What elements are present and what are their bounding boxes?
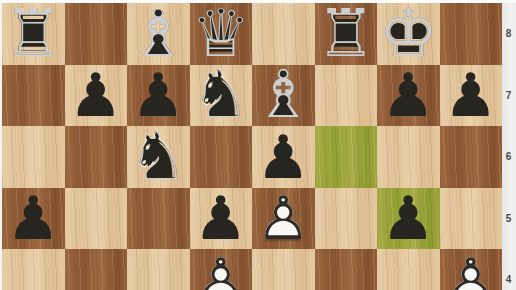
square-h5[interactable] bbox=[440, 188, 503, 250]
black-pawn-b7[interactable]: ♟♙ bbox=[65, 65, 128, 127]
black-pawn-g7[interactable]: ♟♙ bbox=[377, 65, 440, 127]
white-pawn-e5[interactable]: ♟♙ bbox=[252, 188, 315, 250]
black-pawn-c7[interactable]: ♟♙ bbox=[127, 65, 190, 127]
square-b7[interactable]: ♟♙ bbox=[65, 65, 128, 127]
square-h6[interactable] bbox=[440, 126, 503, 188]
square-f8[interactable]: ♜♖ bbox=[315, 3, 378, 65]
black-pawn-d5[interactable]: ♟♙ bbox=[190, 188, 253, 250]
black-bishop-e7[interactable]: ♝♗ bbox=[252, 65, 315, 127]
white-pawn-h4[interactable]: ♟♙ bbox=[440, 249, 503, 290]
square-b4[interactable] bbox=[65, 249, 128, 290]
black-knight-c6[interactable]: ♞♘ bbox=[127, 126, 190, 188]
chessboard-screenshot: ♜♖♝♗♛♕♜♖♚♔♟♙♟♙♞♘♝♗♟♙♟♙♞♘♟♙♟♙♟♙♟♙♟♙♟♙♟♙ 8… bbox=[0, 0, 516, 290]
square-g8[interactable]: ♚♔ bbox=[377, 3, 440, 65]
square-b5[interactable] bbox=[65, 188, 128, 250]
black-pawn-e6[interactable]: ♟♙ bbox=[252, 126, 315, 188]
square-e8[interactable] bbox=[252, 3, 315, 65]
square-d8[interactable]: ♛♕ bbox=[190, 3, 253, 65]
black-rook-f8[interactable]: ♜♖ bbox=[315, 3, 378, 65]
square-f7[interactable] bbox=[315, 65, 378, 127]
black-king-g8[interactable]: ♚♔ bbox=[377, 3, 440, 65]
square-f6[interactable] bbox=[315, 126, 378, 188]
square-f5[interactable] bbox=[315, 188, 378, 250]
black-pawn-a5[interactable]: ♟♙ bbox=[2, 188, 65, 250]
black-queen-d8[interactable]: ♛♕ bbox=[190, 3, 253, 65]
rank-label-8: 8 bbox=[503, 27, 514, 40]
square-d4[interactable]: ♟♙ bbox=[190, 249, 253, 290]
square-d6[interactable] bbox=[190, 126, 253, 188]
rank-label-7: 7 bbox=[503, 89, 514, 102]
black-rook-a8[interactable]: ♜♖ bbox=[2, 3, 65, 65]
black-bishop-c8[interactable]: ♝♗ bbox=[127, 3, 190, 65]
board-margin-top bbox=[0, 0, 516, 3]
square-g7[interactable]: ♟♙ bbox=[377, 65, 440, 127]
square-e6[interactable]: ♟♙ bbox=[252, 126, 315, 188]
black-pawn-g5[interactable]: ♟♙ bbox=[377, 188, 440, 250]
board[interactable]: ♜♖♝♗♛♕♜♖♚♔♟♙♟♙♞♘♝♗♟♙♟♙♞♘♟♙♟♙♟♙♟♙♟♙♟♙♟♙ bbox=[2, 3, 502, 290]
square-c6[interactable]: ♞♘ bbox=[127, 126, 190, 188]
square-e7[interactable]: ♝♗ bbox=[252, 65, 315, 127]
square-e5[interactable]: ♟♙ bbox=[252, 188, 315, 250]
square-d5[interactable]: ♟♙ bbox=[190, 188, 253, 250]
square-b6[interactable] bbox=[65, 126, 128, 188]
square-a4[interactable] bbox=[2, 249, 65, 290]
rank-label-6: 6 bbox=[503, 150, 514, 163]
square-g6[interactable] bbox=[377, 126, 440, 188]
square-h4[interactable]: ♟♙ bbox=[440, 249, 503, 290]
square-c8[interactable]: ♝♗ bbox=[127, 3, 190, 65]
square-b8[interactable] bbox=[65, 3, 128, 65]
square-g5[interactable]: ♟♙ bbox=[377, 188, 440, 250]
square-a5[interactable]: ♟♙ bbox=[2, 188, 65, 250]
square-c5[interactable] bbox=[127, 188, 190, 250]
white-pawn-d4[interactable]: ♟♙ bbox=[190, 249, 253, 290]
black-knight-d7[interactable]: ♞♘ bbox=[190, 65, 253, 127]
board-viewport: ♜♖♝♗♛♕♜♖♚♔♟♙♟♙♞♘♝♗♟♙♟♙♞♘♟♙♟♙♟♙♟♙♟♙♟♙♟♙ bbox=[2, 3, 502, 290]
square-h7[interactable]: ♟♙ bbox=[440, 65, 503, 127]
square-h8[interactable] bbox=[440, 3, 503, 65]
square-a7[interactable] bbox=[2, 65, 65, 127]
square-c7[interactable]: ♟♙ bbox=[127, 65, 190, 127]
board-margin-left bbox=[0, 0, 2, 290]
black-pawn-h7[interactable]: ♟♙ bbox=[440, 65, 503, 127]
square-c4[interactable] bbox=[127, 249, 190, 290]
square-f4[interactable] bbox=[315, 249, 378, 290]
rank-coordinate-gutter: 87654 bbox=[502, 0, 516, 290]
square-e4[interactable] bbox=[252, 249, 315, 290]
rank-label-4: 4 bbox=[503, 273, 514, 286]
square-a6[interactable] bbox=[2, 126, 65, 188]
square-d7[interactable]: ♞♘ bbox=[190, 65, 253, 127]
square-g4[interactable] bbox=[377, 249, 440, 290]
rank-label-5: 5 bbox=[503, 212, 514, 225]
square-a8[interactable]: ♜♖ bbox=[2, 3, 65, 65]
